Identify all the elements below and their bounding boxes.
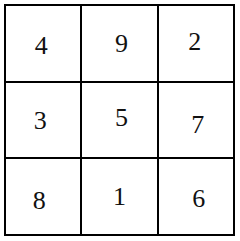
cell-r1c3: 2 <box>159 6 233 81</box>
cell-digit: 9 <box>115 31 128 57</box>
cell-digit: 4 <box>35 33 48 59</box>
cell-digit: 7 <box>191 112 204 138</box>
cell-r1c2: 9 <box>82 6 156 81</box>
cell-r1c1: 4 <box>6 6 80 81</box>
cell-r2c1: 3 <box>6 83 80 158</box>
cell-r2c2: 5 <box>82 83 156 158</box>
cell-r2c3: 7 <box>159 83 233 158</box>
cell-digit: 1 <box>113 184 126 210</box>
cell-digit: 3 <box>34 108 47 134</box>
cell-r3c1: 8 <box>6 159 80 234</box>
cell-digit: 6 <box>192 186 205 212</box>
cell-digit: 2 <box>188 29 201 55</box>
cell-digit: 5 <box>115 105 128 131</box>
cell-r3c3: 6 <box>159 159 233 234</box>
magic-square-diagram: 4 9 2 3 5 7 8 1 6 <box>0 0 240 241</box>
cell-r3c2: 1 <box>82 159 156 234</box>
magic-square-board: 4 9 2 3 5 7 8 1 6 <box>4 4 235 236</box>
cell-digit: 8 <box>33 188 46 214</box>
